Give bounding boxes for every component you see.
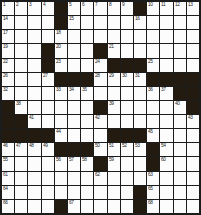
grid-cell[interactable]: 14: [2, 16, 14, 29]
grid-cell[interactable]: 65: [147, 186, 159, 199]
clue-number: 7: [95, 2, 97, 7]
clue-number: 25: [148, 59, 153, 64]
grid-cell[interactable]: [174, 115, 186, 128]
clue-number: 21: [109, 44, 114, 49]
grid-cell[interactable]: [81, 186, 93, 199]
grid-cell[interactable]: 68: [147, 200, 159, 213]
crossword-puzzle: 1234567891011121314151617181920212223242…: [0, 0, 201, 215]
black-cell: [94, 44, 106, 57]
grid-cell[interactable]: 63: [147, 172, 159, 185]
grid-cell[interactable]: [68, 115, 80, 128]
grid-cell[interactable]: 56: [55, 157, 67, 170]
grid-cell[interactable]: [108, 87, 120, 100]
grid-cell[interactable]: [134, 115, 146, 128]
grid-cell[interactable]: [68, 186, 80, 199]
clue-number: 24: [95, 59, 100, 64]
grid-cell[interactable]: 62: [94, 172, 106, 185]
clue-number: 62: [95, 172, 100, 177]
grid-cell[interactable]: [55, 101, 67, 114]
grid-cell[interactable]: 57: [68, 157, 80, 170]
black-cell: [55, 73, 67, 86]
grid-cell[interactable]: 23: [55, 59, 67, 72]
grid-cell[interactable]: [174, 186, 186, 199]
clue-number: 18: [56, 30, 61, 35]
grid-cell[interactable]: [15, 172, 27, 185]
grid-cell[interactable]: [121, 44, 133, 57]
grid-cell[interactable]: 43: [187, 115, 199, 128]
clue-number: 56: [56, 157, 61, 162]
grid-cell[interactable]: 54: [160, 143, 172, 156]
grid-cell[interactable]: [187, 16, 199, 29]
black-cell: [28, 129, 40, 142]
black-cell: [42, 129, 54, 142]
grid-cell[interactable]: 61: [2, 172, 14, 185]
clue-number: 26: [3, 73, 8, 78]
grid-cell[interactable]: [174, 157, 186, 170]
grid-cell[interactable]: [147, 44, 159, 57]
grid-cell[interactable]: [160, 101, 172, 114]
grid-cell[interactable]: 26: [2, 73, 14, 86]
grid-cell[interactable]: [28, 16, 40, 29]
black-cell: [94, 101, 106, 114]
grid-cell[interactable]: [121, 87, 133, 100]
clue-number: 50: [95, 143, 100, 148]
clue-number: 1: [3, 2, 5, 7]
grid-cell[interactable]: 22: [2, 59, 14, 72]
grid-cell[interactable]: [187, 172, 199, 185]
black-cell: [134, 2, 146, 15]
clue-number: 12: [175, 2, 180, 7]
grid-cell[interactable]: [147, 30, 159, 43]
black-cell: [2, 101, 14, 114]
grid-cell[interactable]: [134, 87, 146, 100]
grid-cell[interactable]: 41: [28, 115, 40, 128]
black-cell: [81, 143, 93, 156]
clue-number: 30: [122, 73, 127, 78]
black-cell: [121, 129, 133, 142]
grid-cell[interactable]: [160, 172, 172, 185]
grid-cell[interactable]: [68, 101, 80, 114]
black-cell: [55, 16, 67, 29]
grid-cell[interactable]: 30: [121, 73, 133, 86]
clue-number: 34: [69, 87, 74, 92]
grid-cell[interactable]: [121, 200, 133, 213]
black-cell: [15, 129, 27, 142]
black-cell: [94, 157, 106, 170]
clue-number: 42: [95, 115, 100, 120]
grid-cell[interactable]: [81, 200, 93, 213]
grid-cell[interactable]: 4: [42, 2, 54, 15]
grid-cell[interactable]: 21: [108, 44, 120, 57]
grid-cell[interactable]: [28, 73, 40, 86]
grid-cell[interactable]: 59: [108, 157, 120, 170]
grid-cell[interactable]: [160, 200, 172, 213]
clue-number: 9: [122, 2, 124, 7]
clue-number: 66: [3, 200, 8, 205]
grid-cell[interactable]: [15, 157, 27, 170]
grid-cell[interactable]: [42, 186, 54, 199]
grid-cell[interactable]: [147, 16, 159, 29]
grid-cell[interactable]: [187, 143, 199, 156]
grid-cell[interactable]: 40: [174, 101, 186, 114]
grid-cell[interactable]: [94, 129, 106, 142]
black-cell: [42, 44, 54, 57]
black-cell: [55, 143, 67, 156]
grid-cell[interactable]: 42: [94, 115, 106, 128]
clue-number: 8: [109, 2, 111, 7]
clue-number: 47: [16, 143, 21, 148]
grid-cell[interactable]: 3: [28, 2, 40, 15]
clue-number: 3: [29, 2, 31, 7]
grid-cell[interactable]: 38: [15, 101, 27, 114]
grid-cell[interactable]: 1: [2, 2, 14, 15]
clue-number: 23: [56, 59, 61, 64]
grid-cell[interactable]: [42, 101, 54, 114]
grid-cell[interactable]: [81, 129, 93, 142]
grid-cell[interactable]: 50: [94, 143, 106, 156]
grid-cell[interactable]: 35: [81, 87, 93, 100]
grid-cell[interactable]: [15, 200, 27, 213]
grid-cell[interactable]: [42, 16, 54, 29]
grid-cell[interactable]: [55, 186, 67, 199]
clue-number: 14: [3, 16, 8, 21]
black-cell: [147, 157, 159, 170]
grid-cell[interactable]: [134, 157, 146, 170]
grid-cell[interactable]: [147, 101, 159, 114]
grid-cell[interactable]: [160, 44, 172, 57]
clue-number: 5: [69, 2, 71, 7]
clue-number: 53: [135, 143, 140, 148]
grid-cell[interactable]: 24: [94, 59, 106, 72]
clue-number: 61: [3, 172, 8, 177]
grid-cell[interactable]: 16: [134, 16, 146, 29]
grid-cell[interactable]: [187, 200, 199, 213]
grid-cell[interactable]: [42, 172, 54, 185]
black-cell: [68, 73, 80, 86]
clue-number: 15: [69, 16, 74, 21]
grid-cell[interactable]: [108, 115, 120, 128]
clue-number: 2: [16, 2, 18, 7]
grid-cell[interactable]: 37: [160, 87, 172, 100]
grid-cell[interactable]: [15, 73, 27, 86]
grid-cell[interactable]: 5: [68, 2, 80, 15]
grid-cell[interactable]: [160, 186, 172, 199]
grid-cell[interactable]: 45: [147, 129, 159, 142]
grid-cell[interactable]: 8: [108, 2, 120, 15]
grid-cell[interactable]: [68, 30, 80, 43]
clue-number: 17: [3, 30, 8, 35]
grid-cell[interactable]: 33: [55, 87, 67, 100]
grid-cell[interactable]: [81, 101, 93, 114]
grid-cell[interactable]: [15, 87, 27, 100]
grid-cell[interactable]: 31: [134, 73, 146, 86]
grid-cell[interactable]: [55, 115, 67, 128]
clue-number: 64: [3, 186, 8, 191]
grid-cell[interactable]: 17: [2, 30, 14, 43]
grid-cell[interactable]: [187, 30, 199, 43]
clue-number: 32: [3, 87, 8, 92]
black-cell: [134, 129, 146, 142]
grid-cell[interactable]: [28, 186, 40, 199]
grid-cell[interactable]: [160, 59, 172, 72]
black-cell: [2, 129, 14, 142]
grid-cell[interactable]: [94, 186, 106, 199]
black-cell: [174, 73, 186, 86]
grid-cell[interactable]: 20: [55, 44, 67, 57]
grid-cell[interactable]: [42, 200, 54, 213]
grid-cell[interactable]: 58: [81, 157, 93, 170]
clue-number: 59: [109, 157, 114, 162]
grid-cell[interactable]: [28, 44, 40, 57]
grid-cell[interactable]: [121, 101, 133, 114]
grid-cell[interactable]: [147, 115, 159, 128]
grid-cell[interactable]: 34: [68, 87, 80, 100]
grid-cell[interactable]: [94, 16, 106, 29]
grid-cell[interactable]: [174, 129, 186, 142]
grid-cell[interactable]: 52: [121, 143, 133, 156]
grid-cell[interactable]: 32: [2, 87, 14, 100]
grid-cell[interactable]: [174, 200, 186, 213]
black-cell: [134, 59, 146, 72]
grid-cell[interactable]: [160, 16, 172, 29]
grid-cell[interactable]: [28, 87, 40, 100]
clue-number: 13: [188, 2, 193, 7]
black-cell: [147, 73, 159, 86]
grid-cell[interactable]: 47: [15, 143, 27, 156]
clue-number: 41: [29, 115, 34, 120]
clue-number: 67: [69, 200, 74, 205]
grid-cell[interactable]: 11: [160, 2, 172, 15]
clue-number: 6: [82, 2, 84, 7]
clue-number: 60: [161, 157, 166, 162]
grid-cell[interactable]: [81, 172, 93, 185]
grid-cell[interactable]: [15, 59, 27, 72]
clue-number: 45: [148, 129, 153, 134]
grid-cell[interactable]: [15, 16, 27, 29]
clue-number: 51: [109, 143, 114, 148]
clue-number: 52: [122, 143, 127, 148]
grid-cell[interactable]: [121, 157, 133, 170]
grid-cell[interactable]: 9: [121, 2, 133, 15]
black-cell: [42, 59, 54, 72]
black-cell: [174, 87, 186, 100]
grid-cell[interactable]: [187, 44, 199, 57]
clue-number: 20: [56, 44, 61, 49]
grid-cell[interactable]: [94, 200, 106, 213]
clue-number: 27: [43, 73, 48, 78]
grid-cell[interactable]: [108, 200, 120, 213]
grid-cell[interactable]: [121, 115, 133, 128]
clue-number: 57: [69, 157, 74, 162]
black-cell: [15, 115, 27, 128]
grid-cell[interactable]: [174, 143, 186, 156]
clue-number: 37: [161, 87, 166, 92]
clue-number: 22: [3, 59, 8, 64]
grid-cell[interactable]: [121, 30, 133, 43]
grid-cell[interactable]: [81, 16, 93, 29]
grid-cell[interactable]: 46: [2, 143, 14, 156]
black-cell: [187, 73, 199, 86]
grid-cell[interactable]: 67: [68, 200, 80, 213]
grid-cell[interactable]: 10: [147, 2, 159, 15]
grid-cell[interactable]: 36: [147, 87, 159, 100]
clue-number: 29: [109, 73, 114, 78]
grid-cell[interactable]: [94, 87, 106, 100]
clue-number: 55: [3, 157, 8, 162]
grid-cell[interactable]: 15: [68, 16, 80, 29]
grid-cell[interactable]: 2: [15, 2, 27, 15]
grid-cell[interactable]: 60: [160, 157, 172, 170]
grid-cell[interactable]: [68, 172, 80, 185]
clue-number: 19: [3, 44, 8, 49]
clue-number: 46: [3, 143, 8, 148]
crossword-board: 1234567891011121314151617181920212223242…: [0, 0, 201, 215]
grid-cell[interactable]: [55, 172, 67, 185]
grid-cell[interactable]: [68, 44, 80, 57]
grid-cell[interactable]: 53: [134, 143, 146, 156]
grid-cell[interactable]: [174, 59, 186, 72]
clue-number: 28: [95, 73, 100, 78]
clue-number: 36: [148, 87, 153, 92]
clue-number: 43: [188, 115, 193, 120]
grid-cell[interactable]: 28: [94, 73, 106, 86]
grid-cell[interactable]: [28, 200, 40, 213]
grid-cell[interactable]: 27: [42, 73, 54, 86]
black-cell: [147, 143, 159, 156]
grid-cell[interactable]: [121, 172, 133, 185]
grid-cell[interactable]: [28, 172, 40, 185]
grid-cell[interactable]: [28, 101, 40, 114]
grid-cell[interactable]: [81, 59, 93, 72]
grid-cell[interactable]: 7: [94, 2, 106, 15]
grid-cell[interactable]: [174, 16, 186, 29]
black-cell: [55, 2, 67, 15]
grid-cell[interactable]: [15, 30, 27, 43]
grid-cell[interactable]: [160, 115, 172, 128]
grid-cell[interactable]: [174, 172, 186, 185]
grid-cell[interactable]: 49: [42, 143, 54, 156]
black-cell: [2, 115, 14, 128]
clue-number: 65: [148, 186, 153, 191]
grid-cell[interactable]: [42, 87, 54, 100]
grid-cell[interactable]: [134, 101, 146, 114]
grid-cell[interactable]: 12: [174, 2, 186, 15]
grid-cell[interactable]: [81, 44, 93, 57]
clue-number: 58: [82, 157, 87, 162]
clue-number: 44: [56, 129, 61, 134]
black-cell: [108, 129, 120, 142]
clue-number: 4: [43, 2, 45, 7]
clue-number: 11: [161, 2, 165, 7]
clue-number: 35: [82, 87, 87, 92]
grid-cell[interactable]: 13: [187, 2, 199, 15]
grid-cell[interactable]: 19: [2, 44, 14, 57]
grid-cell[interactable]: [81, 30, 93, 43]
grid-cell[interactable]: [174, 30, 186, 43]
black-cell: [134, 200, 146, 213]
clue-number: 68: [148, 200, 153, 205]
grid-cell[interactable]: 64: [2, 186, 14, 199]
grid-cell[interactable]: [174, 44, 186, 57]
grid-cell[interactable]: 51: [108, 143, 120, 156]
grid-cell[interactable]: [42, 115, 54, 128]
grid-cell[interactable]: [15, 186, 27, 199]
grid-cell[interactable]: [42, 157, 54, 170]
black-cell: [81, 73, 93, 86]
grid-cell[interactable]: [121, 186, 133, 199]
grid-cell[interactable]: [134, 44, 146, 57]
grid-cell[interactable]: [94, 30, 106, 43]
grid-cell[interactable]: 48: [28, 143, 40, 156]
grid-cell[interactable]: [28, 157, 40, 170]
grid-cell[interactable]: 6: [81, 2, 93, 15]
grid-cell[interactable]: [81, 115, 93, 128]
black-cell: [68, 143, 80, 156]
black-cell: [55, 200, 67, 213]
grid-cell[interactable]: [108, 16, 120, 29]
grid-cell[interactable]: [28, 30, 40, 43]
clue-number: 16: [135, 16, 140, 21]
black-cell: [121, 59, 133, 72]
black-cell: [134, 186, 146, 199]
clue-number: 38: [16, 101, 21, 106]
grid-cell[interactable]: [108, 30, 120, 43]
grid-cell[interactable]: [187, 129, 199, 142]
grid-cell[interactable]: [187, 59, 199, 72]
grid-cell[interactable]: [134, 172, 146, 185]
clue-number: 33: [56, 87, 61, 92]
grid-cell[interactable]: 66: [2, 200, 14, 213]
grid-cell[interactable]: [28, 59, 40, 72]
clue-number: 31: [135, 73, 140, 78]
grid-cell[interactable]: [108, 172, 120, 185]
clue-number: 10: [148, 2, 153, 7]
black-cell: [160, 73, 172, 86]
clue-number: 48: [29, 143, 34, 148]
grid-cell[interactable]: [187, 186, 199, 199]
black-cell: [187, 101, 199, 114]
grid-cell[interactable]: 18: [55, 30, 67, 43]
grid-cell[interactable]: [108, 186, 120, 199]
grid-cell[interactable]: [121, 16, 133, 29]
grid-cell[interactable]: [15, 44, 27, 57]
grid-cell[interactable]: [160, 30, 172, 43]
grid-cell[interactable]: 29: [108, 73, 120, 86]
black-cell: [187, 87, 199, 100]
grid-cell[interactable]: 39: [108, 101, 120, 114]
grid-cell[interactable]: [134, 30, 146, 43]
grid-cell[interactable]: [42, 30, 54, 43]
clue-number: 40: [175, 101, 180, 106]
clue-number: 63: [148, 172, 153, 177]
grid-cell[interactable]: [187, 157, 199, 170]
clue-number: 54: [161, 143, 166, 148]
grid-cell[interactable]: [68, 59, 80, 72]
black-cell: [108, 59, 120, 72]
grid-cell[interactable]: 44: [55, 129, 67, 142]
grid-cell[interactable]: [68, 129, 80, 142]
grid-cell[interactable]: 25: [147, 59, 159, 72]
clue-number: 49: [43, 143, 48, 148]
clue-number: 39: [109, 101, 114, 106]
grid-cell[interactable]: [160, 129, 172, 142]
grid-cell[interactable]: 55: [2, 157, 14, 170]
